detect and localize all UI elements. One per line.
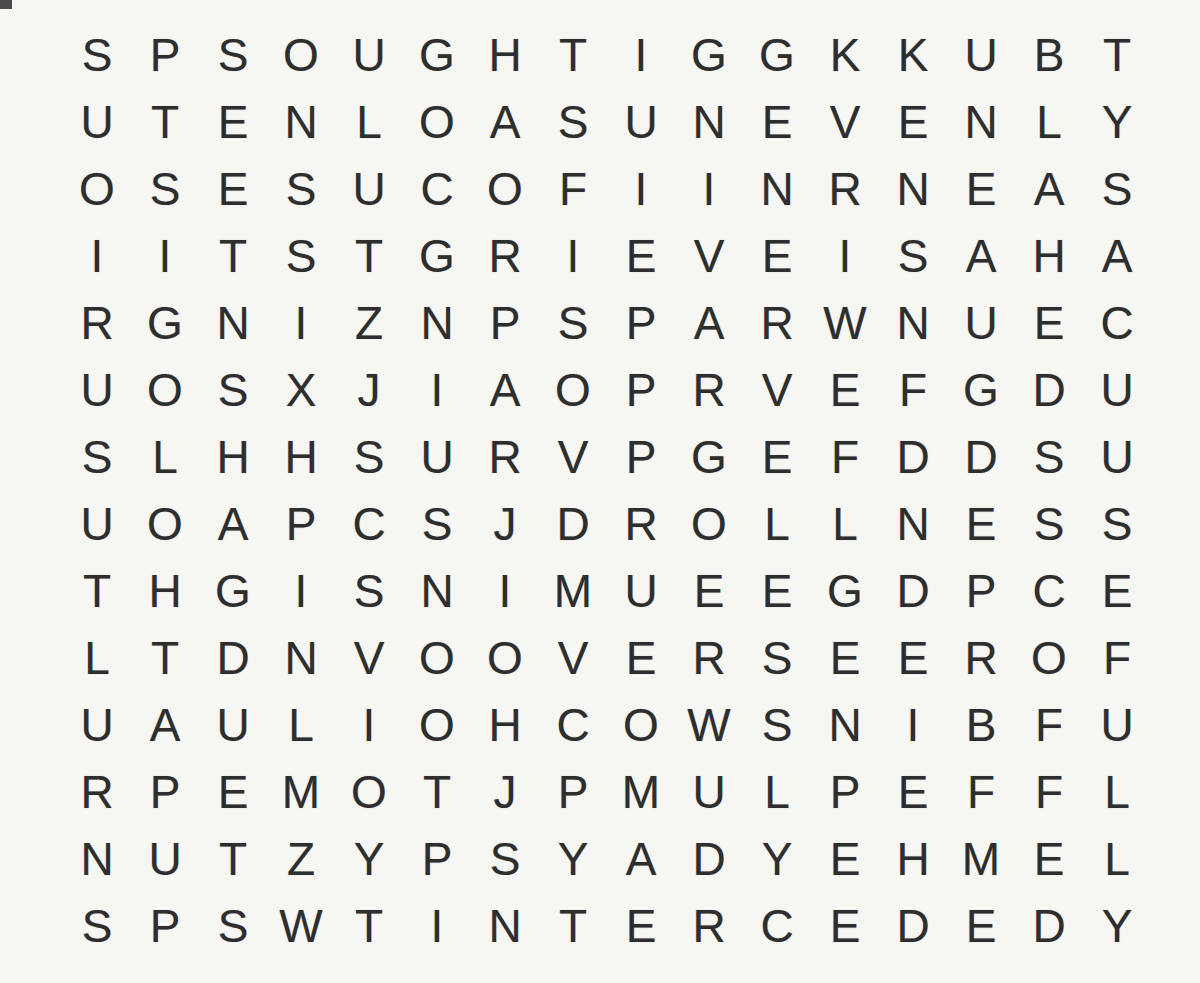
grid-cell[interactable]: C: [1083, 289, 1151, 356]
grid-cell[interactable]: R: [675, 356, 743, 423]
grid-cell[interactable]: R: [471, 222, 539, 289]
grid-cell[interactable]: S: [471, 825, 539, 892]
grid-cell[interactable]: D: [947, 423, 1015, 490]
grid-cell[interactable]: N: [403, 289, 471, 356]
grid-cell[interactable]: Y: [743, 825, 811, 892]
grid-cell[interactable]: U: [1083, 356, 1151, 423]
grid-cell[interactable]: H: [131, 557, 199, 624]
grid-cell[interactable]: S: [743, 624, 811, 691]
grid-cell[interactable]: S: [199, 356, 267, 423]
grid-cell[interactable]: E: [675, 557, 743, 624]
grid-cell[interactable]: P: [947, 557, 1015, 624]
grid-cell[interactable]: L: [1015, 88, 1083, 155]
grid-cell[interactable]: G: [675, 423, 743, 490]
grid-cell[interactable]: E: [879, 624, 947, 691]
grid-cell[interactable]: F: [539, 155, 607, 222]
grid-cell[interactable]: O: [131, 356, 199, 423]
grid-cell[interactable]: P: [131, 892, 199, 959]
grid-cell[interactable]: E: [607, 892, 675, 959]
grid-cell[interactable]: I: [335, 691, 403, 758]
grid-cell[interactable]: S: [63, 892, 131, 959]
grid-cell[interactable]: O: [471, 155, 539, 222]
grid-cell[interactable]: Y: [539, 825, 607, 892]
grid-cell[interactable]: C: [1015, 557, 1083, 624]
grid-cell[interactable]: F: [811, 423, 879, 490]
grid-cell[interactable]: R: [675, 624, 743, 691]
grid-cell[interactable]: V: [811, 88, 879, 155]
grid-cell[interactable]: E: [607, 222, 675, 289]
grid-cell[interactable]: I: [63, 222, 131, 289]
grid-cell[interactable]: A: [199, 490, 267, 557]
grid-cell[interactable]: W: [267, 892, 335, 959]
grid-cell[interactable]: E: [811, 624, 879, 691]
grid-cell[interactable]: S: [1083, 155, 1151, 222]
grid-cell[interactable]: D: [879, 557, 947, 624]
grid-cell[interactable]: L: [743, 490, 811, 557]
grid-cell[interactable]: E: [607, 624, 675, 691]
grid-cell[interactable]: R: [675, 892, 743, 959]
grid-cell[interactable]: U: [63, 88, 131, 155]
grid-cell[interactable]: L: [743, 758, 811, 825]
grid-cell[interactable]: U: [63, 691, 131, 758]
grid-cell[interactable]: L: [1083, 758, 1151, 825]
grid-cell[interactable]: V: [335, 624, 403, 691]
grid-cell[interactable]: R: [63, 758, 131, 825]
grid-cell[interactable]: S: [1015, 423, 1083, 490]
grid-cell[interactable]: T: [335, 892, 403, 959]
grid-cell[interactable]: H: [199, 423, 267, 490]
grid-cell[interactable]: X: [267, 356, 335, 423]
grid-cell[interactable]: L: [811, 490, 879, 557]
grid-cell[interactable]: L: [1083, 825, 1151, 892]
grid-cell[interactable]: I: [607, 21, 675, 88]
grid-cell[interactable]: E: [811, 892, 879, 959]
grid-cell[interactable]: T: [199, 222, 267, 289]
grid-cell[interactable]: E: [743, 88, 811, 155]
word-search-grid: SPSOUGHTIGGKKUBTUTENLOASUNEVENLYOSESUCOF…: [63, 21, 1151, 959]
grid-cell[interactable]: T: [131, 624, 199, 691]
grid-cell[interactable]: R: [743, 289, 811, 356]
grid-cell[interactable]: K: [879, 21, 947, 88]
grid-cell[interactable]: L: [335, 88, 403, 155]
grid-cell[interactable]: F: [1015, 758, 1083, 825]
grid-cell[interactable]: O: [403, 691, 471, 758]
grid-cell[interactable]: E: [1015, 289, 1083, 356]
grid-cell[interactable]: N: [879, 155, 947, 222]
grid-cell[interactable]: U: [63, 356, 131, 423]
grid-cell[interactable]: E: [879, 88, 947, 155]
grid-cell[interactable]: S: [743, 691, 811, 758]
grid-cell[interactable]: A: [131, 691, 199, 758]
grid-cell[interactable]: I: [539, 222, 607, 289]
grid-cell[interactable]: L: [63, 624, 131, 691]
grid-cell[interactable]: S: [335, 423, 403, 490]
grid-cell[interactable]: G: [403, 222, 471, 289]
grid-cell[interactable]: V: [539, 423, 607, 490]
grid-cell[interactable]: S: [267, 155, 335, 222]
grid-cell[interactable]: E: [811, 825, 879, 892]
grid-cell[interactable]: H: [879, 825, 947, 892]
grid-cell[interactable]: S: [1015, 490, 1083, 557]
grid-cell[interactable]: N: [947, 88, 1015, 155]
grid-cell[interactable]: E: [947, 155, 1015, 222]
grid-cell[interactable]: J: [471, 758, 539, 825]
grid-cell[interactable]: D: [879, 892, 947, 959]
grid-cell[interactable]: E: [947, 490, 1015, 557]
grid-cell[interactable]: I: [879, 691, 947, 758]
grid-cell[interactable]: M: [607, 758, 675, 825]
grid-cell[interactable]: T: [131, 88, 199, 155]
grid-cell[interactable]: I: [131, 222, 199, 289]
grid-cell[interactable]: U: [199, 691, 267, 758]
grid-cell[interactable]: S: [1083, 490, 1151, 557]
grid-cell[interactable]: L: [267, 691, 335, 758]
grid-cell[interactable]: O: [675, 490, 743, 557]
grid-cell[interactable]: V: [675, 222, 743, 289]
grid-cell[interactable]: P: [267, 490, 335, 557]
grid-cell[interactable]: J: [335, 356, 403, 423]
grid-cell[interactable]: I: [403, 356, 471, 423]
grid-cell[interactable]: B: [1015, 21, 1083, 88]
grid-cell[interactable]: P: [607, 356, 675, 423]
grid-cell[interactable]: N: [879, 490, 947, 557]
grid-cell[interactable]: T: [539, 21, 607, 88]
grid-cell[interactable]: N: [199, 289, 267, 356]
grid-cell[interactable]: N: [811, 691, 879, 758]
grid-cell[interactable]: N: [63, 825, 131, 892]
grid-cell[interactable]: S: [63, 21, 131, 88]
grid-cell[interactable]: P: [539, 758, 607, 825]
grid-cell[interactable]: G: [403, 21, 471, 88]
grid-cell[interactable]: A: [947, 222, 1015, 289]
grid-cell[interactable]: U: [1083, 423, 1151, 490]
grid-cell[interactable]: C: [335, 490, 403, 557]
grid-cell[interactable]: Y: [1083, 892, 1151, 959]
grid-cell[interactable]: O: [63, 155, 131, 222]
grid-cell[interactable]: G: [675, 21, 743, 88]
grid-cell[interactable]: G: [199, 557, 267, 624]
grid-cell[interactable]: D: [675, 825, 743, 892]
grid-cell[interactable]: O: [335, 758, 403, 825]
grid-cell[interactable]: G: [811, 557, 879, 624]
grid-cell[interactable]: N: [403, 557, 471, 624]
grid-cell[interactable]: I: [811, 222, 879, 289]
grid-cell[interactable]: F: [1083, 624, 1151, 691]
grid-cell[interactable]: T: [63, 557, 131, 624]
grid-cell[interactable]: O: [539, 356, 607, 423]
grid-cell[interactable]: O: [1015, 624, 1083, 691]
grid-cell[interactable]: M: [947, 825, 1015, 892]
grid-cell[interactable]: M: [539, 557, 607, 624]
grid-cell[interactable]: U: [1083, 691, 1151, 758]
grid-cell[interactable]: P: [811, 758, 879, 825]
grid-cell[interactable]: I: [267, 289, 335, 356]
grid-cell[interactable]: U: [947, 21, 1015, 88]
grid-cell[interactable]: E: [879, 758, 947, 825]
grid-cell[interactable]: B: [947, 691, 1015, 758]
grid-cell[interactable]: E: [1083, 557, 1151, 624]
grid-cell[interactable]: S: [199, 892, 267, 959]
grid-cell[interactable]: N: [743, 155, 811, 222]
grid-cell[interactable]: R: [811, 155, 879, 222]
grid-cell[interactable]: O: [403, 624, 471, 691]
grid-cell[interactable]: E: [743, 557, 811, 624]
grid-cell[interactable]: N: [267, 624, 335, 691]
grid-cell[interactable]: I: [471, 557, 539, 624]
grid-cell[interactable]: I: [267, 557, 335, 624]
grid-cell[interactable]: C: [403, 155, 471, 222]
grid-cell[interactable]: E: [743, 222, 811, 289]
grid-cell[interactable]: U: [607, 557, 675, 624]
grid-cell[interactable]: M: [267, 758, 335, 825]
grid-cell[interactable]: U: [675, 758, 743, 825]
grid-cell[interactable]: D: [879, 423, 947, 490]
grid-cell[interactable]: U: [131, 825, 199, 892]
grid-cell[interactable]: E: [811, 356, 879, 423]
grid-cell[interactable]: P: [607, 423, 675, 490]
grid-cell[interactable]: V: [539, 624, 607, 691]
grid-cell[interactable]: C: [539, 691, 607, 758]
grid-cell[interactable]: S: [63, 423, 131, 490]
grid-cell[interactable]: O: [471, 624, 539, 691]
grid-cell[interactable]: T: [403, 758, 471, 825]
corner-artifact: [0, 0, 12, 9]
grid-cell[interactable]: S: [539, 289, 607, 356]
grid-cell[interactable]: E: [1015, 825, 1083, 892]
grid-cell[interactable]: R: [63, 289, 131, 356]
grid-cell[interactable]: N: [267, 88, 335, 155]
grid-cell[interactable]: H: [471, 691, 539, 758]
grid-cell[interactable]: R: [947, 624, 1015, 691]
grid-cell[interactable]: G: [131, 289, 199, 356]
grid-cell[interactable]: O: [131, 490, 199, 557]
grid-cell[interactable]: R: [607, 490, 675, 557]
grid-cell[interactable]: C: [743, 892, 811, 959]
grid-cell[interactable]: A: [675, 289, 743, 356]
grid-cell[interactable]: E: [743, 423, 811, 490]
grid-cell[interactable]: U: [607, 88, 675, 155]
grid-cell[interactable]: T: [539, 892, 607, 959]
grid-cell[interactable]: E: [199, 155, 267, 222]
grid-cell[interactable]: N: [471, 892, 539, 959]
grid-cell[interactable]: F: [879, 356, 947, 423]
grid-cell[interactable]: G: [947, 356, 1015, 423]
grid-cell[interactable]: T: [1083, 21, 1151, 88]
grid-cell[interactable]: N: [879, 289, 947, 356]
grid-cell[interactable]: S: [335, 557, 403, 624]
grid-cell[interactable]: L: [131, 423, 199, 490]
grid-cell[interactable]: J: [471, 490, 539, 557]
grid-cell[interactable]: D: [1015, 892, 1083, 959]
grid-cell[interactable]: U: [947, 289, 1015, 356]
grid-cell[interactable]: S: [403, 490, 471, 557]
grid-cell[interactable]: I: [607, 155, 675, 222]
grid-cell[interactable]: H: [267, 423, 335, 490]
grid-cell[interactable]: Z: [335, 289, 403, 356]
grid-cell[interactable]: E: [947, 892, 1015, 959]
grid-cell[interactable]: A: [607, 825, 675, 892]
grid-cell[interactable]: P: [607, 289, 675, 356]
grid-cell[interactable]: F: [1015, 691, 1083, 758]
grid-cell[interactable]: H: [471, 21, 539, 88]
grid-cell[interactable]: T: [335, 222, 403, 289]
grid-cell[interactable]: S: [879, 222, 947, 289]
grid-cell[interactable]: W: [811, 289, 879, 356]
grid-cell[interactable]: R: [471, 423, 539, 490]
grid-cell[interactable]: S: [267, 222, 335, 289]
grid-cell[interactable]: G: [743, 21, 811, 88]
grid-cell[interactable]: V: [743, 356, 811, 423]
grid-cell[interactable]: Z: [267, 825, 335, 892]
grid-cell[interactable]: E: [199, 758, 267, 825]
grid-cell[interactable]: F: [947, 758, 1015, 825]
grid-cell[interactable]: U: [335, 155, 403, 222]
grid-cell[interactable]: P: [471, 289, 539, 356]
grid-cell[interactable]: S: [131, 155, 199, 222]
grid-cell[interactable]: P: [403, 825, 471, 892]
grid-cell[interactable]: O: [267, 21, 335, 88]
grid-cell[interactable]: U: [403, 423, 471, 490]
grid-cell[interactable]: P: [131, 21, 199, 88]
grid-cell[interactable]: E: [199, 88, 267, 155]
grid-cell[interactable]: O: [403, 88, 471, 155]
grid-cell[interactable]: S: [199, 21, 267, 88]
grid-cell[interactable]: Y: [1083, 88, 1151, 155]
grid-cell[interactable]: D: [539, 490, 607, 557]
grid-cell[interactable]: N: [675, 88, 743, 155]
grid-cell[interactable]: S: [539, 88, 607, 155]
grid-cell[interactable]: T: [199, 825, 267, 892]
grid-cell[interactable]: U: [335, 21, 403, 88]
grid-cell[interactable]: H: [1015, 222, 1083, 289]
grid-cell[interactable]: A: [471, 88, 539, 155]
grid-cell[interactable]: P: [131, 758, 199, 825]
grid-cell[interactable]: Y: [335, 825, 403, 892]
grid-cell[interactable]: A: [1015, 155, 1083, 222]
grid-cell[interactable]: A: [1083, 222, 1151, 289]
grid-cell[interactable]: U: [63, 490, 131, 557]
grid-cell[interactable]: K: [811, 21, 879, 88]
grid-cell[interactable]: W: [675, 691, 743, 758]
grid-cell[interactable]: A: [471, 356, 539, 423]
grid-cell[interactable]: I: [403, 892, 471, 959]
grid-cell[interactable]: I: [675, 155, 743, 222]
grid-cell[interactable]: D: [1015, 356, 1083, 423]
grid-cell[interactable]: D: [199, 624, 267, 691]
grid-cell[interactable]: O: [607, 691, 675, 758]
